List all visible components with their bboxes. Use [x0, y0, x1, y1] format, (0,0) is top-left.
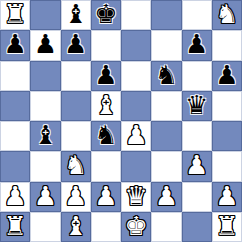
square-b6[interactable]: [30, 61, 60, 91]
piece-black-queen[interactable]: ♛: [185, 92, 208, 118]
square-a2[interactable]: ♟: [0, 182, 30, 212]
piece-white-rook[interactable]: ♜: [215, 213, 238, 239]
square-a3[interactable]: [0, 151, 30, 181]
square-g4[interactable]: [182, 121, 212, 151]
square-b5[interactable]: [30, 91, 60, 121]
square-b7[interactable]: ♟: [30, 30, 60, 60]
square-b4[interactable]: ♝: [30, 121, 60, 151]
square-f1[interactable]: [151, 212, 181, 242]
square-c7[interactable]: ♟: [61, 30, 91, 60]
square-a4[interactable]: [0, 121, 30, 151]
square-f5[interactable]: [151, 91, 181, 121]
piece-white-bishop[interactable]: ♝: [64, 213, 87, 239]
piece-white-pawn[interactable]: ♟: [155, 183, 178, 209]
piece-white-pawn[interactable]: ♟: [64, 183, 87, 209]
piece-black-pawn[interactable]: ♟: [64, 31, 87, 57]
square-d1[interactable]: [91, 212, 121, 242]
square-g3[interactable]: ♟: [182, 151, 212, 181]
square-d4[interactable]: ♞: [91, 121, 121, 151]
square-d8[interactable]: ♚: [91, 0, 121, 30]
square-d6[interactable]: ♟: [91, 61, 121, 91]
piece-white-rook[interactable]: ♜: [3, 213, 26, 239]
piece-black-king[interactable]: ♚: [94, 1, 117, 27]
square-a5[interactable]: [0, 91, 30, 121]
piece-black-knight[interactable]: ♞: [155, 62, 178, 88]
square-h3[interactable]: [212, 151, 242, 181]
square-e2[interactable]: ♛: [121, 182, 151, 212]
square-a6[interactable]: [0, 61, 30, 91]
square-f4[interactable]: [151, 121, 181, 151]
square-a7[interactable]: ♟: [0, 30, 30, 60]
piece-black-knight[interactable]: ♞: [94, 122, 117, 148]
square-a1[interactable]: ♜: [0, 212, 30, 242]
square-g1[interactable]: [182, 212, 212, 242]
square-c8[interactable]: ♝: [61, 0, 91, 30]
piece-white-pawn[interactable]: ♟: [34, 183, 57, 209]
square-g7[interactable]: ♟: [182, 30, 212, 60]
piece-black-pawn[interactable]: ♟: [185, 31, 208, 57]
square-e1[interactable]: ♚: [121, 212, 151, 242]
square-b3[interactable]: [30, 151, 60, 181]
square-c6[interactable]: [61, 61, 91, 91]
piece-black-pawn[interactable]: ♟: [94, 62, 117, 88]
piece-white-pawn[interactable]: ♟: [94, 183, 117, 209]
piece-white-bishop[interactable]: ♝: [94, 92, 117, 118]
square-c2[interactable]: ♟: [61, 182, 91, 212]
square-d3[interactable]: [91, 151, 121, 181]
square-h6[interactable]: ♟: [212, 61, 242, 91]
square-b1[interactable]: [30, 212, 60, 242]
piece-white-pawn[interactable]: ♟: [3, 183, 26, 209]
square-d7[interactable]: [91, 30, 121, 60]
piece-white-rook[interactable]: ♜: [3, 1, 26, 27]
piece-white-king[interactable]: ♚: [124, 213, 147, 239]
square-e8[interactable]: [121, 0, 151, 30]
square-c3[interactable]: ♞: [61, 151, 91, 181]
square-g2[interactable]: [182, 182, 212, 212]
square-a8[interactable]: ♜: [0, 0, 30, 30]
piece-white-pawn[interactable]: ♟: [215, 183, 238, 209]
square-d5[interactable]: ♝: [91, 91, 121, 121]
square-f2[interactable]: ♟: [151, 182, 181, 212]
square-b2[interactable]: ♟: [30, 182, 60, 212]
square-h1[interactable]: ♜: [212, 212, 242, 242]
square-f8[interactable]: [151, 0, 181, 30]
square-h5[interactable]: [212, 91, 242, 121]
square-g5[interactable]: ♛: [182, 91, 212, 121]
square-e5[interactable]: [121, 91, 151, 121]
square-h8[interactable]: ♞: [212, 0, 242, 30]
square-f3[interactable]: [151, 151, 181, 181]
square-d2[interactable]: ♟: [91, 182, 121, 212]
square-c1[interactable]: ♝: [61, 212, 91, 242]
square-e6[interactable]: [121, 61, 151, 91]
piece-black-pawn[interactable]: ♟: [3, 31, 26, 57]
piece-white-knight[interactable]: ♞: [215, 1, 238, 27]
piece-black-bishop[interactable]: ♝: [64, 1, 87, 27]
square-h4[interactable]: [212, 121, 242, 151]
piece-white-knight[interactable]: ♞: [64, 152, 87, 178]
square-g8[interactable]: [182, 0, 212, 30]
square-h2[interactable]: ♟: [212, 182, 242, 212]
piece-white-pawn[interactable]: ♟: [185, 152, 208, 178]
square-e7[interactable]: [121, 30, 151, 60]
square-b8[interactable]: [30, 0, 60, 30]
square-e4[interactable]: ♟: [121, 121, 151, 151]
piece-white-queen[interactable]: ♛: [124, 183, 147, 209]
square-c5[interactable]: [61, 91, 91, 121]
chess-board: ♜♝♚♞♟♟♟♟♟♞♟♝♛♝♞♟♞♟♟♟♟♟♛♟♟♜♝♚♜: [0, 0, 242, 242]
square-f7[interactable]: [151, 30, 181, 60]
square-f6[interactable]: ♞: [151, 61, 181, 91]
square-e3[interactable]: [121, 151, 151, 181]
piece-black-bishop[interactable]: ♝: [34, 122, 57, 148]
piece-black-pawn[interactable]: ♟: [215, 62, 238, 88]
piece-white-pawn[interactable]: ♟: [124, 122, 147, 148]
piece-black-pawn[interactable]: ♟: [34, 31, 57, 57]
square-h7[interactable]: [212, 30, 242, 60]
square-c4[interactable]: [61, 121, 91, 151]
square-g6[interactable]: [182, 61, 212, 91]
